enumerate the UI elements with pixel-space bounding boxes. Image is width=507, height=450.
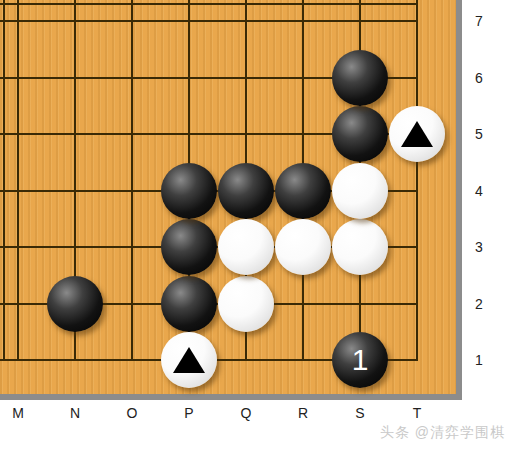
stone-white-P1	[161, 332, 217, 388]
watermark: 头条 @清弈学围棋	[380, 424, 505, 442]
col-label-M: M	[6, 405, 30, 421]
row-label-2: 2	[468, 295, 490, 313]
grid-line-col-T	[416, 0, 418, 361]
stone-white-Q2	[218, 276, 274, 332]
triangle-mark	[401, 121, 433, 147]
grid-line-col-M	[17, 0, 19, 361]
row-label-6: 6	[468, 69, 490, 87]
stone-black-R4	[275, 163, 331, 219]
stone-white-Q3	[218, 219, 274, 275]
grid-line-row-7	[0, 20, 418, 22]
stone-black-S5	[332, 106, 388, 162]
stone-black-Q4	[218, 163, 274, 219]
stone-black-S6	[332, 50, 388, 106]
stone-white-T5	[389, 106, 445, 162]
clipped-edge-line-horizontal	[0, 3, 418, 5]
col-label-S: S	[348, 405, 372, 421]
go-diagram: 1 MNOPQRST 7654321 头条 @清弈学围棋	[0, 0, 507, 450]
col-label-O: O	[120, 405, 144, 421]
col-label-Q: Q	[234, 405, 258, 421]
move-number: 1	[332, 332, 388, 388]
row-label-5: 5	[468, 125, 490, 143]
stone-black-P2	[161, 276, 217, 332]
grid-line-col-O	[131, 0, 133, 361]
stone-black-N2	[47, 276, 103, 332]
stone-black-S1: 1	[332, 332, 388, 388]
stone-white-R3	[275, 219, 331, 275]
row-label-7: 7	[468, 12, 490, 30]
stone-black-P3	[161, 219, 217, 275]
stone-white-S4	[332, 163, 388, 219]
clipped-edge-line-vertical	[3, 0, 5, 361]
row-label-4: 4	[468, 182, 490, 200]
stone-white-S3	[332, 219, 388, 275]
col-label-R: R	[291, 405, 315, 421]
col-label-T: T	[405, 405, 429, 421]
row-label-3: 3	[468, 238, 490, 256]
stone-black-P4	[161, 163, 217, 219]
triangle-mark	[173, 347, 205, 373]
row-label-1: 1	[468, 351, 490, 369]
col-label-P: P	[177, 405, 201, 421]
go-board: 1	[0, 0, 462, 400]
col-label-N: N	[63, 405, 87, 421]
